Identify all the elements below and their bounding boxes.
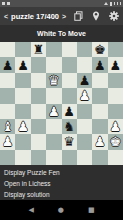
- notification-icon: [2, 2, 5, 5]
- square-b7[interactable]: ♟: [15, 57, 30, 72]
- square-f8[interactable]: [77, 42, 92, 57]
- piece-bp-f6[interactable]: ♟: [79, 73, 91, 88]
- square-h1[interactable]: [108, 150, 123, 165]
- android-nav-bar: ◀ ● ■: [0, 200, 123, 220]
- square-a5[interactable]: [0, 88, 15, 103]
- piece-bp-a7[interactable]: ♟: [2, 58, 14, 73]
- piece-wp-b3[interactable]: ♟: [17, 119, 29, 134]
- square-f6[interactable]: ♟: [77, 73, 92, 88]
- square-b4[interactable]: [15, 104, 30, 119]
- square-d7[interactable]: [46, 57, 61, 72]
- square-e5[interactable]: [62, 88, 77, 103]
- square-e7[interactable]: [62, 57, 77, 72]
- square-g4[interactable]: [92, 104, 107, 119]
- square-f7[interactable]: [77, 57, 92, 72]
- piece-wp-d4[interactable]: ♟: [48, 104, 60, 119]
- square-a2[interactable]: ♟: [0, 134, 15, 149]
- square-c6[interactable]: [31, 73, 46, 88]
- square-d5[interactable]: [46, 88, 61, 103]
- square-c3[interactable]: [31, 119, 46, 134]
- square-e2[interactable]: ♛: [62, 134, 77, 149]
- square-c4[interactable]: [31, 104, 46, 119]
- square-e8[interactable]: [62, 42, 77, 57]
- piece-wp-h3[interactable]: ♟: [109, 119, 121, 134]
- square-b5[interactable]: [15, 88, 30, 103]
- square-a3[interactable]: ♝: [0, 119, 15, 134]
- square-a6[interactable]: [0, 73, 15, 88]
- settings-gear-icon[interactable]: [109, 11, 119, 21]
- piece-wp-f5[interactable]: ♟: [79, 88, 91, 103]
- clock-mark: [120, 2, 121, 5]
- square-e4[interactable]: ♟: [62, 104, 77, 119]
- square-b3[interactable]: ♟: [15, 119, 30, 134]
- square-g7[interactable]: ♟: [92, 57, 107, 72]
- square-c5[interactable]: [31, 88, 46, 103]
- square-f1[interactable]: [77, 150, 92, 165]
- signal-icon: [104, 2, 108, 5]
- piece-bq-e2[interactable]: ♛: [63, 134, 75, 149]
- square-a1[interactable]: [0, 150, 15, 165]
- square-a4[interactable]: [0, 104, 15, 119]
- copy-icon[interactable]: [74, 11, 83, 21]
- square-g2[interactable]: ♟: [92, 134, 107, 149]
- piece-wq-d6[interactable]: ♛: [48, 73, 60, 88]
- square-d6[interactable]: ♛: [46, 73, 61, 88]
- square-d8[interactable]: [46, 42, 61, 57]
- square-g1[interactable]: [92, 150, 107, 165]
- clock-mark: [117, 2, 118, 5]
- square-c8[interactable]: ♜: [31, 42, 46, 57]
- square-e6[interactable]: [62, 73, 77, 88]
- piece-bp-e4[interactable]: ♟: [63, 104, 75, 119]
- puzzle-menu: Display Puzzle Fen Open in Lichess Displ…: [0, 165, 123, 200]
- square-d2[interactable]: [46, 134, 61, 149]
- square-g8[interactable]: ♚: [92, 42, 107, 57]
- prev-puzzle-button[interactable]: <: [4, 13, 8, 20]
- square-h5[interactable]: [108, 88, 123, 103]
- square-a8[interactable]: [0, 42, 15, 57]
- square-d1[interactable]: [46, 150, 61, 165]
- piece-bk-g8[interactable]: ♚: [94, 42, 106, 57]
- square-h8[interactable]: [108, 42, 123, 57]
- home-icon[interactable]: ●: [58, 206, 64, 214]
- piece-bp-g7[interactable]: ♟: [94, 58, 106, 73]
- square-c7[interactable]: [31, 57, 46, 72]
- square-f3[interactable]: [77, 119, 92, 134]
- menu-item-display-solution[interactable]: Display solution: [4, 189, 123, 200]
- square-a7[interactable]: ♟: [0, 57, 15, 72]
- clock-mark: [114, 2, 115, 5]
- piece-wp-g2[interactable]: ♟: [94, 134, 106, 149]
- piece-wk-h2[interactable]: ♚: [109, 134, 121, 149]
- square-f5[interactable]: ♟: [77, 88, 92, 103]
- square-f4[interactable]: [77, 104, 92, 119]
- square-d3[interactable]: [46, 119, 61, 134]
- menu-item-display-fen[interactable]: Display Puzzle Fen: [4, 167, 123, 178]
- location-pin-icon[interactable]: [92, 11, 100, 21]
- square-c2[interactable]: [31, 134, 46, 149]
- side-to-move-label: White To Move: [0, 25, 123, 42]
- square-h3[interactable]: ♟: [108, 119, 123, 134]
- app-window: < puzzle 17/400 >: [0, 0, 123, 220]
- square-e1[interactable]: [62, 150, 77, 165]
- square-e3[interactable]: ♞: [62, 119, 77, 134]
- square-f2[interactable]: [77, 134, 92, 149]
- menu-item-open-lichess[interactable]: Open in Lichess: [4, 178, 123, 189]
- square-g5[interactable]: [92, 88, 107, 103]
- battery-icon: [110, 2, 112, 6]
- square-d4[interactable]: ♟: [46, 104, 61, 119]
- square-g3[interactable]: [92, 119, 107, 134]
- piece-bp-b7[interactable]: ♟: [17, 58, 29, 73]
- piece-bn-e3[interactable]: ♞: [63, 119, 75, 134]
- status-bar: [0, 0, 123, 7]
- back-icon[interactable]: ◀: [28, 206, 33, 214]
- square-b1[interactable]: [15, 150, 30, 165]
- square-h2[interactable]: ♚: [108, 134, 123, 149]
- chess-board: ♜♚♟♟♟♟♛♟♟♟♟♝♟♞♟♟♛♟♚: [0, 42, 123, 165]
- app-bar: < puzzle 17/400 >: [0, 7, 123, 25]
- piece-wp-a2[interactable]: ♟: [2, 134, 14, 149]
- square-b8[interactable]: [15, 42, 30, 57]
- square-c1[interactable]: [31, 150, 46, 165]
- square-h6[interactable]: [108, 73, 123, 88]
- square-h4[interactable]: [108, 104, 123, 119]
- piece-bp-h7[interactable]: ♟: [109, 58, 121, 73]
- piece-br-c8[interactable]: ♜: [33, 42, 45, 57]
- puzzle-title: puzzle 17/400: [11, 12, 59, 21]
- square-b6[interactable]: [15, 73, 30, 88]
- notification-icon: [7, 2, 10, 5]
- square-g6[interactable]: [92, 73, 107, 88]
- piece-wb-a3[interactable]: ♝: [2, 119, 14, 134]
- square-h7[interactable]: ♟: [108, 57, 123, 72]
- next-puzzle-button[interactable]: >: [62, 13, 66, 20]
- square-b2[interactable]: [15, 134, 30, 149]
- recents-icon[interactable]: ■: [88, 206, 95, 214]
